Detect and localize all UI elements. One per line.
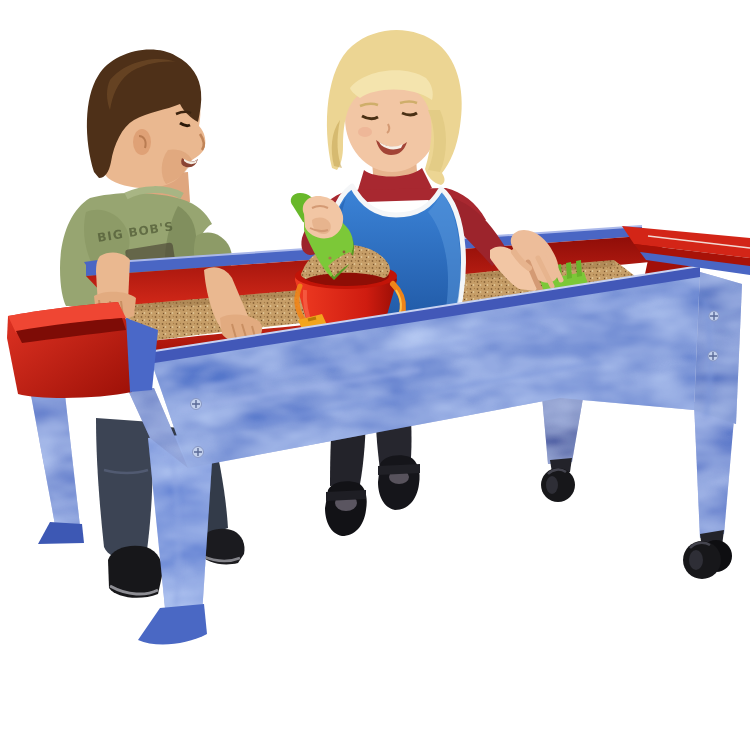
sand-grain-4 bbox=[337, 271, 340, 274]
sand-grain-3 bbox=[351, 265, 354, 268]
right-end-panel bbox=[694, 272, 742, 424]
rear-right-caster-hub bbox=[546, 476, 558, 494]
boy-ear bbox=[133, 129, 151, 155]
rake-tooth-4 bbox=[576, 260, 582, 277]
screw-4 bbox=[708, 351, 718, 361]
sand-grain-2 bbox=[343, 251, 346, 254]
rake-tooth-3 bbox=[566, 262, 572, 279]
product-photo: BIG BOB'S bbox=[0, 0, 750, 750]
screw-3 bbox=[709, 311, 719, 321]
sand-grain-1 bbox=[328, 256, 331, 259]
boy-jeans-left-leg bbox=[96, 418, 153, 560]
scene-illustration: BIG BOB'S bbox=[0, 0, 750, 750]
screw-1 bbox=[191, 399, 202, 410]
shovel-handle-hole bbox=[308, 318, 316, 320]
front-right-caster-hub bbox=[689, 550, 703, 570]
girl-blush bbox=[358, 127, 372, 137]
screw-2 bbox=[193, 447, 204, 458]
